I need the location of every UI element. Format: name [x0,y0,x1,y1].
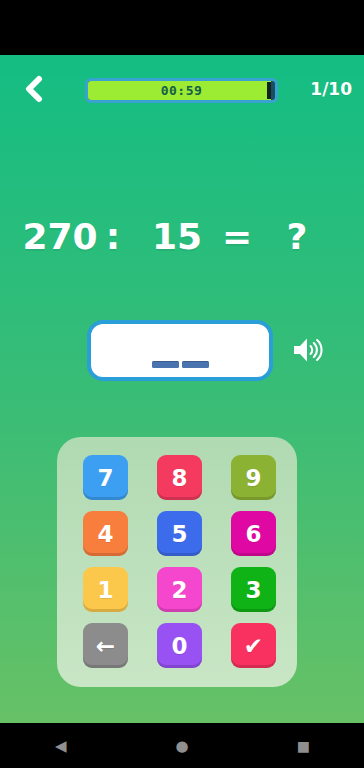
answer-slot-dash [152,361,179,368]
key-2[interactable]: 2 [157,567,202,612]
quiz-screen: 00:59 1/10 270 : 15 = ? 7 8 [0,55,364,723]
timer-value: 00:59 [88,81,275,100]
nav-recents-icon: ■ [297,738,310,754]
speaker-button[interactable] [291,336,323,364]
timer-progress-bar: 00:59 [85,78,278,103]
back-button[interactable] [22,75,46,103]
operand-1: 270 [22,215,97,259]
key-5[interactable]: 5 [157,511,202,556]
backspace-icon: ← [96,633,115,659]
nav-back-button[interactable]: ◀ [0,737,121,755]
key-3[interactable]: 3 [231,567,276,612]
key-submit[interactable]: ✔ [231,623,276,668]
key-backspace[interactable]: ← [83,623,128,668]
check-icon: ✔ [244,633,263,659]
nav-home-button[interactable]: ● [121,737,242,755]
math-problem: 270 : 15 = ? [0,215,364,259]
key-0[interactable]: 0 [157,623,202,668]
equals-sign: = [222,215,252,259]
status-bar [0,0,364,55]
speaker-icon [291,336,323,364]
android-nav-bar: ◀ ● ■ [0,723,364,768]
chevron-left-icon [22,75,46,103]
nav-recents-button[interactable]: ■ [243,738,364,754]
phone-screen: 00:59 1/10 270 : 15 = ? 7 8 [0,0,364,768]
key-7[interactable]: 7 [83,455,128,500]
nav-home-icon: ● [175,737,188,755]
operand-2: 15 [152,215,202,259]
key-6[interactable]: 6 [231,511,276,556]
key-9[interactable]: 9 [231,455,276,500]
nav-back-icon: ◀ [55,737,67,755]
number-keypad: 7 8 9 4 5 6 1 2 3 ← 0 ✔ [57,437,297,687]
answer-placeholder [91,361,269,368]
answer-slot-dash [182,361,209,368]
question-mark: ? [287,215,308,259]
question-counter: 1/10 [310,79,352,99]
division-operator: : [106,215,120,259]
key-1[interactable]: 1 [83,567,128,612]
key-8[interactable]: 8 [157,455,202,500]
key-4[interactable]: 4 [83,511,128,556]
answer-input[interactable] [87,320,273,381]
